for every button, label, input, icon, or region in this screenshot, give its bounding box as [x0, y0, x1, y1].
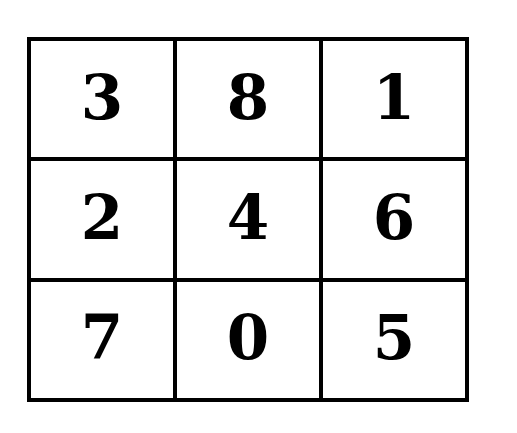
- grid-cell-r2c0: 7: [31, 282, 173, 398]
- grid-cell-r0c1: 8: [177, 41, 319, 157]
- grid-cell-r2c2: 5: [323, 282, 465, 398]
- grid-cell-r1c1: 4: [177, 161, 319, 277]
- grid-cell-r0c0: 3: [31, 41, 173, 157]
- grid-cell-r0c2: 1: [323, 41, 465, 157]
- number-grid-board: 3 8 1 2 4 6 7 0 5: [27, 37, 469, 402]
- grid-cell-r1c2: 6: [323, 161, 465, 277]
- grid-cell-r1c0: 2: [31, 161, 173, 277]
- grid-cell-r2c1: 0: [177, 282, 319, 398]
